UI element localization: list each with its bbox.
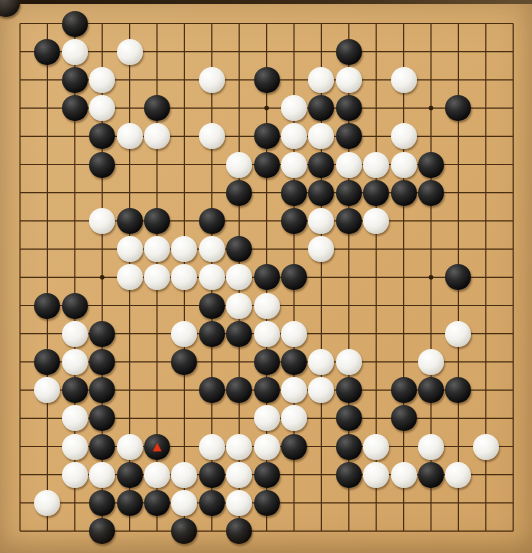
white-stone — [391, 67, 417, 93]
black-stone — [62, 67, 88, 93]
white-stone — [62, 39, 88, 65]
black-stone — [418, 462, 444, 488]
white-stone — [117, 434, 143, 460]
white-stone — [363, 152, 389, 178]
black-stone — [254, 152, 280, 178]
white-stone — [336, 349, 362, 375]
white-stone — [89, 67, 115, 93]
white-stone — [473, 434, 499, 460]
black-stone — [418, 180, 444, 206]
white-stone — [117, 123, 143, 149]
star-point — [429, 106, 434, 111]
black-stone — [117, 490, 143, 516]
white-stone — [281, 377, 307, 403]
goban[interactable]: ▲ — [0, 0, 532, 553]
white-stone — [363, 462, 389, 488]
black-stone — [336, 95, 362, 121]
white-stone — [254, 293, 280, 319]
black-stone — [226, 321, 252, 347]
black-stone — [34, 293, 60, 319]
white-stone — [254, 321, 280, 347]
black-stone — [254, 377, 280, 403]
white-stone — [445, 462, 471, 488]
black-stone: ▲ — [144, 434, 170, 460]
black-stone — [89, 152, 115, 178]
black-stone — [62, 293, 88, 319]
white-stone — [144, 462, 170, 488]
white-stone — [363, 208, 389, 234]
black-stone — [391, 405, 417, 431]
black-stone — [336, 377, 362, 403]
white-stone — [199, 67, 225, 93]
black-stone — [199, 377, 225, 403]
black-stone — [117, 462, 143, 488]
black-stone — [226, 180, 252, 206]
white-stone — [281, 95, 307, 121]
white-stone — [171, 462, 197, 488]
go-board-screenshot: ▲ — [0, 0, 532, 553]
white-stone — [391, 123, 417, 149]
star-point — [264, 106, 269, 111]
black-stone — [89, 490, 115, 516]
white-stone — [117, 39, 143, 65]
white-stone — [418, 434, 444, 460]
white-stone — [391, 152, 417, 178]
black-stone — [418, 377, 444, 403]
black-stone — [199, 490, 225, 516]
last-move-marker: ▲ — [144, 434, 170, 460]
black-stone — [336, 462, 362, 488]
black-stone — [363, 180, 389, 206]
black-stone — [254, 462, 280, 488]
black-stone — [89, 434, 115, 460]
black-stone — [281, 349, 307, 375]
white-stone — [391, 462, 417, 488]
black-stone — [254, 349, 280, 375]
white-stone — [199, 236, 225, 262]
white-stone — [226, 490, 252, 516]
black-stone — [308, 152, 334, 178]
white-stone — [199, 434, 225, 460]
black-stone — [199, 321, 225, 347]
white-stone — [117, 264, 143, 290]
black-stone — [336, 208, 362, 234]
black-stone — [199, 293, 225, 319]
white-stone — [336, 152, 362, 178]
black-stone — [281, 208, 307, 234]
white-stone — [281, 152, 307, 178]
black-stone — [281, 180, 307, 206]
black-stone — [199, 208, 225, 234]
white-stone — [254, 405, 280, 431]
black-stone — [336, 123, 362, 149]
black-stone — [391, 180, 417, 206]
black-stone — [254, 123, 280, 149]
white-stone — [336, 67, 362, 93]
black-stone — [281, 434, 307, 460]
white-stone — [445, 321, 471, 347]
black-stone — [336, 434, 362, 460]
white-stone — [199, 123, 225, 149]
black-stone — [336, 180, 362, 206]
white-stone — [117, 236, 143, 262]
black-stone — [117, 208, 143, 234]
black-stone — [89, 349, 115, 375]
white-stone — [281, 321, 307, 347]
black-stone — [336, 405, 362, 431]
white-stone — [171, 321, 197, 347]
star-point — [100, 275, 105, 280]
white-stone — [254, 434, 280, 460]
white-stone — [418, 349, 444, 375]
white-stone — [62, 349, 88, 375]
black-stone — [418, 152, 444, 178]
black-stone — [254, 264, 280, 290]
star-point — [429, 275, 434, 280]
black-stone — [336, 39, 362, 65]
white-stone — [226, 152, 252, 178]
white-stone — [89, 208, 115, 234]
black-stone — [391, 377, 417, 403]
black-stone — [34, 39, 60, 65]
black-stone — [308, 180, 334, 206]
white-stone — [62, 405, 88, 431]
black-stone — [144, 490, 170, 516]
white-stone — [226, 462, 252, 488]
white-stone — [62, 462, 88, 488]
white-stone — [199, 264, 225, 290]
black-stone — [254, 67, 280, 93]
white-stone — [363, 434, 389, 460]
white-stone — [226, 293, 252, 319]
white-stone — [62, 434, 88, 460]
white-stone — [89, 462, 115, 488]
black-stone — [62, 95, 88, 121]
white-stone — [144, 236, 170, 262]
black-stone — [254, 490, 280, 516]
black-stone — [62, 11, 88, 37]
black-stone — [144, 208, 170, 234]
black-stone — [199, 462, 225, 488]
white-stone — [62, 321, 88, 347]
black-stone — [89, 321, 115, 347]
black-stone — [144, 95, 170, 121]
white-stone — [226, 434, 252, 460]
black-stone — [62, 377, 88, 403]
